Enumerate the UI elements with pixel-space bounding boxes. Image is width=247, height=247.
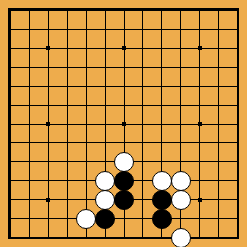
white-stone xyxy=(114,152,134,172)
white-stone xyxy=(95,190,115,210)
black-stone xyxy=(114,190,134,210)
white-stone xyxy=(171,171,191,191)
grid-line-vertical xyxy=(218,10,219,237)
white-stone xyxy=(171,190,191,210)
hoshi-point xyxy=(46,46,50,50)
white-stone xyxy=(171,228,191,247)
black-stone xyxy=(152,209,172,229)
white-stone xyxy=(152,171,172,191)
white-stone xyxy=(76,209,96,229)
grid-line-horizontal xyxy=(10,142,237,143)
grid-line-horizontal xyxy=(10,218,237,219)
hoshi-point xyxy=(46,122,50,126)
grid-line-vertical xyxy=(237,10,238,237)
hoshi-point xyxy=(46,198,50,202)
hoshi-point xyxy=(122,46,126,50)
black-stone xyxy=(95,209,115,229)
hoshi-point xyxy=(122,122,126,126)
white-stone xyxy=(95,171,115,191)
grid-line-vertical xyxy=(142,10,143,237)
hoshi-point xyxy=(198,198,202,202)
hoshi-point xyxy=(198,122,202,126)
hoshi-point xyxy=(198,46,202,50)
grid-line-horizontal xyxy=(10,237,237,238)
black-stone xyxy=(152,190,172,210)
black-stone xyxy=(114,171,134,191)
